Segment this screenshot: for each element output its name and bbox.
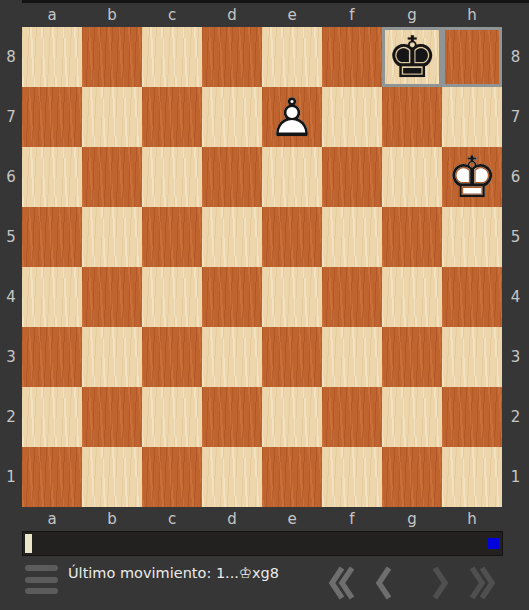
file-label-e: e — [262, 507, 322, 531]
rank-label-7: 7 — [502, 87, 529, 147]
square-b6[interactable] — [82, 147, 142, 207]
square-a5[interactable] — [22, 207, 82, 267]
square-f1[interactable] — [322, 447, 382, 507]
white-pawn-detail-glyph: ♙ — [262, 87, 322, 147]
square-h2[interactable] — [442, 387, 502, 447]
square-g5[interactable] — [382, 207, 442, 267]
file-label-d: d — [202, 507, 262, 531]
file-label-c: c — [142, 3, 202, 27]
double-right-chevron-icon — [469, 566, 495, 600]
square-d8[interactable] — [202, 27, 262, 87]
file-label-a: a — [22, 507, 82, 531]
square-f6[interactable] — [322, 147, 382, 207]
file-label-h: h — [442, 507, 502, 531]
square-d6[interactable] — [202, 147, 262, 207]
rank-label-8: 8 — [502, 27, 529, 87]
rank-label-5: 5 — [0, 207, 22, 267]
square-d3[interactable] — [202, 327, 262, 387]
rank-label-3: 3 — [502, 327, 529, 387]
square-d7[interactable] — [202, 87, 262, 147]
rank-label-6: 6 — [0, 147, 22, 207]
square-e3[interactable] — [262, 327, 322, 387]
square-a7[interactable] — [22, 87, 82, 147]
rank-label-4: 4 — [0, 267, 22, 327]
square-d4[interactable] — [202, 267, 262, 327]
square-d2[interactable] — [202, 387, 262, 447]
white-king[interactable]: ♚♔ — [442, 147, 502, 207]
square-f4[interactable] — [322, 267, 382, 327]
square-h6[interactable]: ♚♔ — [442, 147, 502, 207]
square-e6[interactable] — [262, 147, 322, 207]
file-label-f: f — [322, 507, 382, 531]
prev-move[interactable] — [375, 566, 393, 600]
square-b5[interactable] — [82, 207, 142, 267]
hamburger-icon[interactable] — [25, 565, 58, 594]
square-c7[interactable] — [142, 87, 202, 147]
square-g3[interactable] — [382, 327, 442, 387]
file-label-d: d — [202, 3, 262, 27]
square-c4[interactable] — [142, 267, 202, 327]
square-c2[interactable] — [142, 387, 202, 447]
square-h8[interactable] — [442, 27, 502, 87]
rank-label-5: 5 — [502, 207, 529, 267]
square-g8[interactable]: ♚ — [382, 27, 442, 87]
double-left-chevron-icon — [327, 566, 355, 600]
square-b1[interactable] — [82, 447, 142, 507]
file-label-h: h — [442, 3, 502, 27]
square-a3[interactable] — [22, 327, 82, 387]
square-e7[interactable]: ♟♙ — [262, 87, 322, 147]
move-seekbar[interactable] — [22, 531, 503, 556]
last-move-label: Último movimiento: 1...♔xg8 — [68, 564, 279, 582]
file-label-b: b — [82, 507, 142, 531]
square-b2[interactable] — [82, 387, 142, 447]
seekbar-end-marker — [488, 538, 499, 549]
rank-labels-left: 87654321 — [0, 27, 22, 507]
square-d5[interactable] — [202, 207, 262, 267]
square-b8[interactable] — [82, 27, 142, 87]
square-e4[interactable] — [262, 267, 322, 327]
rank-label-4: 4 — [502, 267, 529, 327]
square-e8[interactable] — [262, 27, 322, 87]
rank-label-2: 2 — [502, 387, 529, 447]
white-king-detail-glyph: ♔ — [442, 147, 502, 207]
rank-label-7: 7 — [0, 87, 22, 147]
file-labels-bottom: abcdefgh — [22, 507, 502, 531]
file-label-e: e — [262, 3, 322, 27]
square-h5[interactable] — [442, 207, 502, 267]
rank-label-2: 2 — [0, 387, 22, 447]
seekbar-thumb[interactable] — [25, 534, 32, 553]
rank-label-1: 1 — [502, 447, 529, 507]
square-f7[interactable] — [322, 87, 382, 147]
square-e2[interactable] — [262, 387, 322, 447]
square-c6[interactable] — [142, 147, 202, 207]
square-e5[interactable] — [262, 207, 322, 267]
square-b7[interactable] — [82, 87, 142, 147]
square-g2[interactable] — [382, 387, 442, 447]
first-move[interactable] — [327, 566, 355, 600]
square-d1[interactable] — [202, 447, 262, 507]
square-a4[interactable] — [22, 267, 82, 327]
square-h4[interactable] — [442, 267, 502, 327]
square-g1[interactable] — [382, 447, 442, 507]
file-label-f: f — [322, 3, 382, 27]
square-f5[interactable] — [322, 207, 382, 267]
square-a1[interactable] — [22, 447, 82, 507]
rank-labels-right: 87654321 — [502, 27, 529, 507]
left-chevron-icon — [375, 566, 393, 600]
square-e1[interactable] — [262, 447, 322, 507]
square-f3[interactable] — [322, 327, 382, 387]
square-b4[interactable] — [82, 267, 142, 327]
chess-board: ♚♟♙♚♔ — [22, 27, 502, 507]
square-g4[interactable] — [382, 267, 442, 327]
square-a2[interactable] — [22, 387, 82, 447]
black-king[interactable]: ♚ — [382, 27, 442, 87]
rank-label-8: 8 — [0, 27, 22, 87]
square-a6[interactable] — [22, 147, 82, 207]
file-label-c: c — [142, 507, 202, 531]
white-pawn[interactable]: ♟♙ — [262, 87, 322, 147]
square-c1[interactable] — [142, 447, 202, 507]
black-king-glyph: ♚ — [382, 27, 442, 87]
move-navigation — [327, 566, 495, 600]
square-a8[interactable] — [22, 27, 82, 87]
rank-label-6: 6 — [502, 147, 529, 207]
square-b3[interactable] — [82, 327, 142, 387]
square-h7[interactable] — [442, 87, 502, 147]
square-c5[interactable] — [142, 207, 202, 267]
rank-label-3: 3 — [0, 327, 22, 387]
square-h3[interactable] — [442, 327, 502, 387]
square-c8[interactable] — [142, 27, 202, 87]
chess-app: abcdefgh 87654321 ♚♟♙♚♔ 87654321 abcdefg… — [0, 0, 529, 610]
square-g7[interactable] — [382, 87, 442, 147]
next-move[interactable] — [431, 566, 449, 600]
square-g6[interactable] — [382, 147, 442, 207]
rank-label-1: 1 — [0, 447, 22, 507]
square-f2[interactable] — [322, 387, 382, 447]
square-c3[interactable] — [142, 327, 202, 387]
last-move[interactable] — [469, 566, 495, 600]
file-label-a: a — [22, 3, 82, 27]
square-h1[interactable] — [442, 447, 502, 507]
file-label-b: b — [82, 3, 142, 27]
square-f8[interactable] — [322, 27, 382, 87]
right-chevron-icon — [431, 566, 449, 600]
file-label-g: g — [382, 507, 442, 531]
